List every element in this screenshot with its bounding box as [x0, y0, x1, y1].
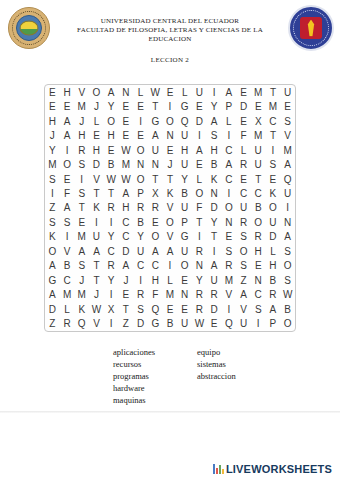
grid-cell[interactable]: P: [266, 317, 281, 331]
grid-cell[interactable]: Q: [221, 317, 236, 331]
grid-cell[interactable]: T: [89, 259, 104, 273]
grid-cell[interactable]: U: [280, 186, 295, 200]
grid-cell[interactable]: S: [207, 128, 222, 142]
grid-cell[interactable]: I: [221, 186, 236, 200]
grid-cell[interactable]: U: [192, 85, 207, 99]
grid-cell[interactable]: H: [45, 114, 60, 128]
grid-cell[interactable]: U: [89, 230, 104, 244]
grid-cell[interactable]: E: [236, 172, 251, 186]
grid-cell[interactable]: T: [89, 273, 104, 287]
grid-cell[interactable]: U: [236, 201, 251, 215]
grid-cell[interactable]: K: [207, 172, 222, 186]
grid-cell[interactable]: O: [163, 215, 178, 229]
grid-cell[interactable]: A: [119, 259, 134, 273]
grid-cell[interactable]: L: [89, 114, 104, 128]
grid-cell[interactable]: T: [74, 201, 89, 215]
grid-cell[interactable]: D: [192, 114, 207, 128]
grid-cell[interactable]: W: [192, 317, 207, 331]
grid-cell[interactable]: A: [74, 244, 89, 258]
grid-cell[interactable]: C: [119, 230, 134, 244]
grid-cell[interactable]: T: [89, 186, 104, 200]
grid-cell[interactable]: O: [148, 230, 163, 244]
grid-cell[interactable]: K: [45, 230, 60, 244]
grid-cell[interactable]: V: [74, 85, 89, 99]
grid-cell[interactable]: X: [104, 302, 119, 316]
grid-cell[interactable]: U: [177, 128, 192, 142]
grid-cell[interactable]: L: [177, 85, 192, 99]
grid-cell[interactable]: G: [45, 273, 60, 287]
grid-cell[interactable]: U: [177, 201, 192, 215]
grid-cell[interactable]: E: [163, 85, 178, 99]
grid-cell[interactable]: A: [207, 114, 222, 128]
grid-cell[interactable]: K: [163, 186, 178, 200]
grid-cell[interactable]: A: [45, 259, 60, 273]
grid-cell[interactable]: C: [251, 186, 266, 200]
footer: LIVEWORKSHEETS: [213, 463, 332, 475]
grid-cell[interactable]: Y: [133, 230, 148, 244]
grid-cell[interactable]: H: [119, 201, 134, 215]
grid-cell[interactable]: H: [177, 143, 192, 157]
grid-cell[interactable]: C: [119, 215, 134, 229]
grid-cell[interactable]: U: [266, 215, 281, 229]
grid-cell[interactable]: I: [266, 143, 281, 157]
grid-cell[interactable]: C: [236, 186, 251, 200]
grid-cell[interactable]: R: [207, 288, 222, 302]
grid-cell[interactable]: A: [89, 244, 104, 258]
grid-cell[interactable]: S: [45, 215, 60, 229]
grid-cell[interactable]: V: [163, 230, 178, 244]
grid-cell[interactable]: M: [74, 288, 89, 302]
grid-cell[interactable]: B: [207, 157, 222, 171]
grid-cell[interactable]: R: [251, 230, 266, 244]
grid-cell[interactable]: K: [89, 201, 104, 215]
grid-cell[interactable]: Q: [74, 317, 89, 331]
grid-cell[interactable]: I: [104, 215, 119, 229]
grid-cell[interactable]: N: [207, 186, 222, 200]
grid-cell[interactable]: A: [221, 157, 236, 171]
grid-cell[interactable]: V: [163, 201, 178, 215]
word-list-item: aplicaciones: [113, 347, 197, 359]
grid-cell[interactable]: M: [251, 85, 266, 99]
grid-cell[interactable]: E: [119, 128, 134, 142]
grid-cell[interactable]: A: [192, 143, 207, 157]
grid-cell[interactable]: E: [60, 99, 75, 113]
grid-cell[interactable]: J: [119, 273, 134, 287]
grid-cell[interactable]: I: [104, 317, 119, 331]
grid-cell[interactable]: E: [45, 85, 60, 99]
grid-cell[interactable]: C: [221, 143, 236, 157]
grid-cell[interactable]: E: [192, 99, 207, 113]
grid-cell[interactable]: L: [266, 244, 281, 258]
grid-cell[interactable]: E: [60, 172, 75, 186]
grid-cell[interactable]: R: [192, 288, 207, 302]
grid-cell[interactable]: I: [60, 143, 75, 157]
grid-cell[interactable]: R: [192, 244, 207, 258]
grid-cell[interactable]: H: [104, 128, 119, 142]
grid-cell[interactable]: D: [133, 317, 148, 331]
grid-cell[interactable]: L: [133, 85, 148, 99]
grid-cell[interactable]: S: [266, 157, 281, 171]
word-list-item: sistemas: [197, 359, 236, 371]
grid-cell[interactable]: E: [45, 99, 60, 113]
grid-cell[interactable]: E: [163, 143, 178, 157]
grid-cell[interactable]: H: [207, 143, 222, 157]
grid-cell[interactable]: V: [89, 317, 104, 331]
grid-cell[interactable]: A: [280, 157, 295, 171]
grid-cell[interactable]: U: [148, 143, 163, 157]
grid-cell[interactable]: O: [236, 244, 251, 258]
grid-cell[interactable]: A: [60, 114, 75, 128]
grid-cell[interactable]: Z: [45, 317, 60, 331]
grid-cell[interactable]: E: [163, 302, 178, 316]
grid-cell[interactable]: S: [74, 259, 89, 273]
grid-cell[interactable]: B: [163, 317, 178, 331]
grid-cell[interactable]: O: [280, 259, 295, 273]
grid-cell[interactable]: M: [60, 288, 75, 302]
grid-cell[interactable]: R: [236, 215, 251, 229]
grid-cell[interactable]: U: [177, 317, 192, 331]
word-list-column-1: aplicacionesrecursosprogramashardwaremaq…: [113, 347, 197, 407]
grid-cell[interactable]: P: [133, 186, 148, 200]
grid-cell[interactable]: E: [251, 99, 266, 113]
word-list-column-2: equiposistemasabstraccion: [197, 347, 236, 407]
grid-cell[interactable]: G: [148, 114, 163, 128]
grid-cell[interactable]: S: [251, 302, 266, 316]
grid-cell[interactable]: A: [119, 186, 134, 200]
grid-cell[interactable]: E: [177, 302, 192, 316]
grid-cell[interactable]: Q: [148, 302, 163, 316]
grid-cell[interactable]: O: [280, 317, 295, 331]
grid-cell[interactable]: U: [177, 157, 192, 171]
grid-cell[interactable]: R: [192, 302, 207, 316]
grid-cell[interactable]: A: [104, 85, 119, 99]
grid-cell[interactable]: O: [133, 172, 148, 186]
grid-cell[interactable]: C: [104, 244, 119, 258]
grid-cell[interactable]: T: [119, 302, 134, 316]
grid-cell[interactable]: I: [89, 215, 104, 229]
grid-cell[interactable]: S: [45, 172, 60, 186]
grid-cell[interactable]: U: [251, 157, 266, 171]
grid-cell[interactable]: O: [221, 201, 236, 215]
grid-cell[interactable]: M: [74, 230, 89, 244]
grid-cell[interactable]: D: [119, 244, 134, 258]
grid-cell[interactable]: E: [89, 128, 104, 142]
grid-cell[interactable]: S: [236, 259, 251, 273]
grid-cell[interactable]: C: [251, 288, 266, 302]
grid-cell[interactable]: Y: [207, 99, 222, 113]
word-list-item: abstraccion: [197, 371, 236, 383]
grid-cell[interactable]: E: [119, 114, 134, 128]
grid-cell[interactable]: I: [280, 201, 295, 215]
grid-cell[interactable]: M: [74, 99, 89, 113]
grid-cell[interactable]: Z: [119, 317, 134, 331]
grid-cell[interactable]: I: [221, 128, 236, 142]
grid-cell[interactable]: O: [163, 114, 178, 128]
grid-cell[interactable]: F: [236, 128, 251, 142]
grid-cell[interactable]: S: [60, 215, 75, 229]
grid-cell[interactable]: O: [266, 201, 281, 215]
grid-cell[interactable]: L: [236, 143, 251, 157]
grid-cell[interactable]: J: [89, 288, 104, 302]
grid-cell[interactable]: M: [251, 128, 266, 142]
grid-cell[interactable]: N: [251, 273, 266, 287]
grid-cell[interactable]: D: [236, 99, 251, 113]
grid-cell[interactable]: K: [74, 302, 89, 316]
grid-cell[interactable]: U: [236, 317, 251, 331]
grid-cell[interactable]: S: [280, 114, 295, 128]
grid-cell[interactable]: S: [236, 230, 251, 244]
grid-cell[interactable]: E: [236, 114, 251, 128]
grid-cell[interactable]: C: [60, 273, 75, 287]
grid-cell[interactable]: G: [148, 317, 163, 331]
grid-cell[interactable]: R: [104, 259, 119, 273]
grid-cell[interactable]: D: [207, 201, 222, 215]
grid-cell[interactable]: E: [192, 157, 207, 171]
grid-cell[interactable]: L: [163, 273, 178, 287]
grid-cell[interactable]: A: [266, 302, 281, 316]
grid-cell[interactable]: Q: [280, 172, 295, 186]
grid-cell[interactable]: E: [104, 143, 119, 157]
grid-cell[interactable]: X: [148, 186, 163, 200]
grid-cell[interactable]: R: [60, 317, 75, 331]
grid-cell[interactable]: A: [221, 85, 236, 99]
grid-cell[interactable]: L: [60, 302, 75, 316]
grid-cell[interactable]: A: [148, 244, 163, 258]
grid-cell[interactable]: Y: [192, 273, 207, 287]
grid-cell[interactable]: S: [280, 273, 295, 287]
grid-cell[interactable]: I: [207, 244, 222, 258]
grid-cell[interactable]: Q: [177, 114, 192, 128]
grid-cell[interactable]: F: [60, 186, 75, 200]
grid-cell[interactable]: E: [148, 215, 163, 229]
grid-cell[interactable]: O: [45, 244, 60, 258]
grid-cell[interactable]: E: [119, 99, 134, 113]
grid-cell[interactable]: I: [45, 186, 60, 200]
grid-cell[interactable]: E: [221, 230, 236, 244]
grid-cell[interactable]: O: [192, 186, 207, 200]
grid-cell[interactable]: V: [236, 302, 251, 316]
grid-cell[interactable]: S: [221, 244, 236, 258]
grid-cell[interactable]: D: [266, 230, 281, 244]
grid-cell[interactable]: E: [236, 85, 251, 99]
grid-cell[interactable]: J: [74, 273, 89, 287]
grid-cell[interactable]: F: [148, 288, 163, 302]
grid-cell[interactable]: I: [221, 302, 236, 316]
grid-cell[interactable]: J: [45, 128, 60, 142]
grid-cell[interactable]: O: [104, 114, 119, 128]
grid-cell[interactable]: S: [133, 302, 148, 316]
grid-cell[interactable]: T: [266, 128, 281, 142]
grid-cell[interactable]: H: [74, 128, 89, 142]
grid-cell[interactable]: D: [89, 157, 104, 171]
grid-cell[interactable]: Y: [45, 143, 60, 157]
grid-cell[interactable]: V: [280, 128, 295, 142]
grid-cell[interactable]: B: [104, 157, 119, 171]
grid-cell[interactable]: I: [163, 99, 178, 113]
grid-cell[interactable]: A: [236, 288, 251, 302]
grid-cell[interactable]: T: [148, 172, 163, 186]
grid-cell[interactable]: A: [207, 259, 222, 273]
grid-cell[interactable]: T: [207, 230, 222, 244]
grid-cell[interactable]: R: [133, 288, 148, 302]
grid-cell[interactable]: X: [251, 114, 266, 128]
grid-cell[interactable]: Y: [177, 172, 192, 186]
grid-cell[interactable]: N: [221, 215, 236, 229]
grid-cell[interactable]: Y: [104, 99, 119, 113]
grid-cell[interactable]: H: [60, 85, 75, 99]
grid-cell[interactable]: M: [45, 157, 60, 171]
grid-cell[interactable]: J: [74, 114, 89, 128]
grid-cell[interactable]: I: [133, 114, 148, 128]
grid-cell[interactable]: E: [133, 128, 148, 142]
grid-cell[interactable]: A: [163, 244, 178, 258]
grid-cell[interactable]: C: [133, 259, 148, 273]
grid-cell[interactable]: R: [148, 201, 163, 215]
grid-cell[interactable]: N: [177, 288, 192, 302]
grid-cell[interactable]: W: [280, 288, 295, 302]
grid-cell[interactable]: T: [266, 85, 281, 99]
grid-cell[interactable]: I: [192, 128, 207, 142]
grid-cell[interactable]: U: [133, 244, 148, 258]
grid-cell[interactable]: U: [280, 85, 295, 99]
grid-cell[interactable]: J: [163, 157, 178, 171]
grid-cell[interactable]: Z: [45, 201, 60, 215]
grid-cell[interactable]: E: [74, 215, 89, 229]
grid-cell[interactable]: J: [89, 99, 104, 113]
worksheet-bottom-edge: [0, 411, 340, 413]
grid-cell[interactable]: I: [104, 288, 119, 302]
grid-cell[interactable]: Y: [207, 215, 222, 229]
grid-cell[interactable]: K: [266, 186, 281, 200]
grid-cell[interactable]: P: [177, 215, 192, 229]
grid-cell[interactable]: I: [192, 230, 207, 244]
grid-cell[interactable]: U: [251, 143, 266, 157]
grid-cell[interactable]: N: [163, 128, 178, 142]
grid-cell[interactable]: M: [119, 157, 134, 171]
grid-cell[interactable]: M: [280, 143, 295, 157]
grid-cell[interactable]: T: [104, 186, 119, 200]
grid-cell[interactable]: W: [119, 143, 134, 157]
grid-cell[interactable]: I: [74, 172, 89, 186]
grid-cell[interactable]: B: [266, 273, 281, 287]
grid-cell[interactable]: H: [251, 244, 266, 258]
grid-cell[interactable]: A: [280, 230, 295, 244]
worksheet-header: UNIVERSIDAD CENTRAL DEL ECUADOR FACULTAD…: [55, 17, 285, 44]
grid-cell[interactable]: H: [89, 143, 104, 157]
grid-cell[interactable]: O: [251, 215, 266, 229]
grid-cell[interactable]: A: [148, 128, 163, 142]
grid-cell[interactable]: M: [221, 273, 236, 287]
grid-cell[interactable]: I: [251, 317, 266, 331]
grid-cell[interactable]: E: [280, 99, 295, 113]
grid-cell[interactable]: S: [280, 244, 295, 258]
grid-cell[interactable]: E: [266, 172, 281, 186]
grid-cell[interactable]: V: [60, 244, 75, 258]
grid-cell[interactable]: N: [192, 259, 207, 273]
grid-cell[interactable]: O: [89, 85, 104, 99]
grid-cell[interactable]: L: [192, 172, 207, 186]
grid-cell[interactable]: C: [266, 114, 281, 128]
grid-cell[interactable]: E: [251, 259, 266, 273]
grid-cell[interactable]: M: [163, 288, 178, 302]
grid-cell[interactable]: R: [74, 143, 89, 157]
grid-cell[interactable]: H: [266, 259, 281, 273]
grid-cell[interactable]: A: [60, 128, 75, 142]
grid-cell[interactable]: I: [207, 85, 222, 99]
grid-cell[interactable]: U: [207, 273, 222, 287]
grid-cell[interactable]: N: [280, 215, 295, 229]
grid-cell[interactable]: R: [236, 157, 251, 171]
grid-cell[interactable]: N: [119, 85, 134, 99]
grid-cell[interactable]: I: [60, 230, 75, 244]
grid-cell[interactable]: L: [221, 114, 236, 128]
grid-cell[interactable]: D: [207, 302, 222, 316]
grid-cell[interactable]: B: [251, 201, 266, 215]
grid-cell[interactable]: C: [221, 172, 236, 186]
grid-cell[interactable]: G: [177, 99, 192, 113]
grid-cell[interactable]: Y: [104, 273, 119, 287]
grid-cell[interactable]: T: [192, 215, 207, 229]
word-list-item: programas: [113, 371, 197, 383]
grid-cell[interactable]: B: [177, 186, 192, 200]
grid-cell[interactable]: N: [148, 157, 163, 171]
grid-cell[interactable]: T: [251, 172, 266, 186]
grid-cell[interactable]: B: [60, 259, 75, 273]
grid-cell[interactable]: R: [133, 201, 148, 215]
grid-cell[interactable]: W: [89, 302, 104, 316]
grid-cell[interactable]: B: [280, 302, 295, 316]
grid-cell[interactable]: E: [133, 99, 148, 113]
seal-shield-icon: [20, 21, 39, 36]
grid-cell[interactable]: O: [60, 157, 75, 171]
grid-cell[interactable]: S: [74, 186, 89, 200]
grid-cell[interactable]: R: [104, 201, 119, 215]
grid-cell[interactable]: W: [104, 172, 119, 186]
grid-cell[interactable]: V: [221, 288, 236, 302]
grid-cell[interactable]: A: [45, 288, 60, 302]
grid-cell[interactable]: W: [119, 172, 134, 186]
grid-cell[interactable]: D: [45, 302, 60, 316]
grid-cell[interactable]: Y: [104, 230, 119, 244]
grid-cell[interactable]: C: [148, 259, 163, 273]
grid-cell[interactable]: H: [148, 273, 163, 287]
grid-cell[interactable]: T: [148, 99, 163, 113]
grid-cell[interactable]: W: [148, 85, 163, 99]
word-list: aplicacionesrecursosprogramashardwaremaq…: [113, 347, 236, 407]
grid-cell[interactable]: O: [177, 259, 192, 273]
grid-cell[interactable]: U: [177, 244, 192, 258]
grid-cell[interactable]: B: [133, 215, 148, 229]
grid-cell[interactable]: A: [60, 201, 75, 215]
grid-cell[interactable]: M: [266, 99, 281, 113]
grid-cell[interactable]: S: [74, 157, 89, 171]
grid-cell[interactable]: N: [133, 157, 148, 171]
grid-cell[interactable]: V: [89, 172, 104, 186]
grid-cell[interactable]: E: [119, 288, 134, 302]
grid-cell[interactable]: R: [266, 288, 281, 302]
grid-cell[interactable]: E: [177, 273, 192, 287]
grid-cell[interactable]: O: [133, 143, 148, 157]
grid-cell[interactable]: E: [207, 317, 222, 331]
grid-cell[interactable]: F: [192, 201, 207, 215]
grid-cell[interactable]: P: [221, 99, 236, 113]
grid-cell[interactable]: I: [163, 259, 178, 273]
grid-cell[interactable]: G: [177, 230, 192, 244]
grid-cell[interactable]: T: [163, 172, 178, 186]
grid-cell[interactable]: Z: [236, 273, 251, 287]
grid-cell[interactable]: R: [221, 259, 236, 273]
grid-cell[interactable]: I: [133, 273, 148, 287]
